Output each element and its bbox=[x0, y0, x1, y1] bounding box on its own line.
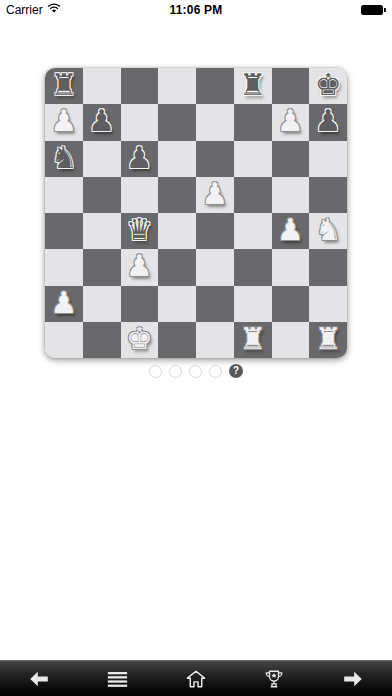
square-g3[interactable] bbox=[272, 249, 310, 285]
menu-button[interactable] bbox=[78, 661, 156, 696]
square-e4[interactable] bbox=[196, 213, 234, 249]
square-d1[interactable] bbox=[158, 322, 196, 358]
piece-white-pawn: ♟ bbox=[50, 288, 77, 318]
square-f2[interactable] bbox=[234, 286, 272, 322]
square-h3[interactable] bbox=[309, 249, 347, 285]
square-b1[interactable] bbox=[83, 322, 121, 358]
square-b2[interactable] bbox=[83, 286, 121, 322]
progress-dot-1 bbox=[149, 365, 162, 378]
piece-black-pawn: ♟ bbox=[88, 106, 115, 136]
square-e7[interactable] bbox=[196, 104, 234, 140]
square-e6[interactable] bbox=[196, 141, 234, 177]
square-c3[interactable]: ♟ bbox=[121, 249, 159, 285]
piece-black-queen: ♛ bbox=[126, 215, 153, 245]
piece-black-pawn: ♟ bbox=[126, 143, 153, 173]
square-e5[interactable]: ♟ bbox=[196, 177, 234, 213]
square-g7[interactable]: ♟ bbox=[272, 104, 310, 140]
square-d6[interactable] bbox=[158, 141, 196, 177]
square-g1[interactable] bbox=[272, 322, 310, 358]
square-b3[interactable] bbox=[83, 249, 121, 285]
square-c5[interactable] bbox=[121, 177, 159, 213]
piece-white-pawn: ♟ bbox=[50, 106, 77, 136]
square-d8[interactable] bbox=[158, 68, 196, 104]
piece-white-king: ♚ bbox=[126, 324, 153, 354]
square-c2[interactable] bbox=[121, 286, 159, 322]
progress-dot-4 bbox=[209, 365, 222, 378]
square-c7[interactable] bbox=[121, 104, 159, 140]
square-d4[interactable] bbox=[158, 213, 196, 249]
bottom-toolbar bbox=[0, 660, 392, 696]
square-a1[interactable] bbox=[45, 322, 83, 358]
square-h4[interactable]: ♞ bbox=[309, 213, 347, 249]
square-g6[interactable] bbox=[272, 141, 310, 177]
home-icon bbox=[186, 670, 206, 688]
chess-board: ♜♜♚♟♟♟♟♞♟♟♛♟♞♟♟♚♜♜ bbox=[45, 68, 347, 358]
square-g2[interactable] bbox=[272, 286, 310, 322]
square-f8[interactable]: ♜ bbox=[234, 68, 272, 104]
status-time: 11:06 PM bbox=[0, 3, 392, 17]
square-b8[interactable] bbox=[83, 68, 121, 104]
square-c4[interactable]: ♛ bbox=[121, 213, 159, 249]
menu-list-icon bbox=[107, 671, 128, 687]
piece-black-rook: ♜ bbox=[239, 70, 266, 100]
square-b7[interactable]: ♟ bbox=[83, 104, 121, 140]
square-d2[interactable] bbox=[158, 286, 196, 322]
square-a8[interactable]: ♜ bbox=[45, 68, 83, 104]
square-b4[interactable] bbox=[83, 213, 121, 249]
square-h5[interactable] bbox=[309, 177, 347, 213]
square-a5[interactable] bbox=[45, 177, 83, 213]
square-a7[interactable]: ♟ bbox=[45, 104, 83, 140]
square-e8[interactable] bbox=[196, 68, 234, 104]
help-button[interactable]: ? bbox=[229, 364, 243, 378]
piece-white-knight: ♞ bbox=[315, 215, 342, 245]
square-g8[interactable] bbox=[272, 68, 310, 104]
piece-black-king: ♚ bbox=[315, 70, 342, 100]
square-g4[interactable]: ♟ bbox=[272, 213, 310, 249]
square-c1[interactable]: ♚ bbox=[121, 322, 159, 358]
piece-white-pawn: ♟ bbox=[126, 251, 153, 281]
square-d3[interactable] bbox=[158, 249, 196, 285]
progress-dot-3 bbox=[189, 365, 202, 378]
arrow-left-icon bbox=[29, 671, 49, 687]
square-e1[interactable] bbox=[196, 322, 234, 358]
home-button[interactable] bbox=[157, 661, 235, 696]
piece-white-rook: ♜ bbox=[239, 324, 266, 354]
square-a4[interactable] bbox=[45, 213, 83, 249]
square-f4[interactable] bbox=[234, 213, 272, 249]
piece-black-pawn: ♟ bbox=[315, 106, 342, 136]
square-f7[interactable] bbox=[234, 104, 272, 140]
square-b6[interactable] bbox=[83, 141, 121, 177]
square-e2[interactable] bbox=[196, 286, 234, 322]
piece-black-rook: ♜ bbox=[50, 70, 77, 100]
puzzle-progress: ? bbox=[0, 364, 392, 378]
square-g5[interactable] bbox=[272, 177, 310, 213]
square-c6[interactable]: ♟ bbox=[121, 141, 159, 177]
square-d7[interactable] bbox=[158, 104, 196, 140]
square-f6[interactable] bbox=[234, 141, 272, 177]
piece-white-pawn: ♟ bbox=[277, 215, 304, 245]
forward-button[interactable] bbox=[314, 661, 392, 696]
square-d5[interactable] bbox=[158, 177, 196, 213]
square-a3[interactable] bbox=[45, 249, 83, 285]
square-b5[interactable] bbox=[83, 177, 121, 213]
square-h6[interactable] bbox=[309, 141, 347, 177]
square-f1[interactable]: ♜ bbox=[234, 322, 272, 358]
back-button[interactable] bbox=[0, 661, 78, 696]
progress-dot-2 bbox=[169, 365, 182, 378]
square-c8[interactable] bbox=[121, 68, 159, 104]
piece-black-knight: ♞ bbox=[50, 143, 77, 173]
status-bar: Carrier 11:06 PM bbox=[0, 0, 392, 20]
piece-white-pawn: ♟ bbox=[277, 106, 304, 136]
trophy-icon bbox=[264, 670, 284, 688]
square-a6[interactable]: ♞ bbox=[45, 141, 83, 177]
square-f5[interactable] bbox=[234, 177, 272, 213]
square-h2[interactable] bbox=[309, 286, 347, 322]
piece-white-pawn: ♟ bbox=[201, 179, 228, 209]
square-e3[interactable] bbox=[196, 249, 234, 285]
square-h8[interactable]: ♚ bbox=[309, 68, 347, 104]
battery-icon bbox=[361, 5, 383, 15]
trophy-button[interactable] bbox=[235, 661, 313, 696]
square-h7[interactable]: ♟ bbox=[309, 104, 347, 140]
square-a2[interactable]: ♟ bbox=[45, 286, 83, 322]
square-f3[interactable] bbox=[234, 249, 272, 285]
piece-white-rook: ♜ bbox=[315, 324, 342, 354]
arrow-right-icon bbox=[343, 671, 363, 687]
square-h1[interactable]: ♜ bbox=[309, 322, 347, 358]
